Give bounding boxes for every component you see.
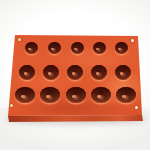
mold-cavity-r1c1 <box>25 42 38 54</box>
corner-hole-2 <box>131 39 134 42</box>
corner-hole-4 <box>135 106 138 109</box>
mold-cavity-r1c5 <box>115 42 128 54</box>
product-photo <box>0 0 150 150</box>
mold-cavity-r2c3 <box>67 65 83 80</box>
mold-cavity-r3c1 <box>15 87 35 103</box>
corner-hole-1 <box>18 38 21 41</box>
mold-cavity-r1c2 <box>48 42 61 54</box>
mold-cavity-r1c4 <box>93 42 106 54</box>
mold-cavity-r3c4 <box>91 87 111 103</box>
mold-cavity-r2c2 <box>43 65 59 80</box>
corner-hole-3 <box>10 104 13 107</box>
mold-cavity-r3c3 <box>66 87 86 103</box>
mold-cavity-r3c2 <box>40 87 60 103</box>
mold-cavity-r2c1 <box>19 65 35 80</box>
mold-cavity-r2c5 <box>115 65 131 80</box>
mold-cavity-r1c3 <box>71 42 84 54</box>
mold-cavity-r2c4 <box>91 65 107 80</box>
mold-cavity-r3c5 <box>116 87 136 103</box>
